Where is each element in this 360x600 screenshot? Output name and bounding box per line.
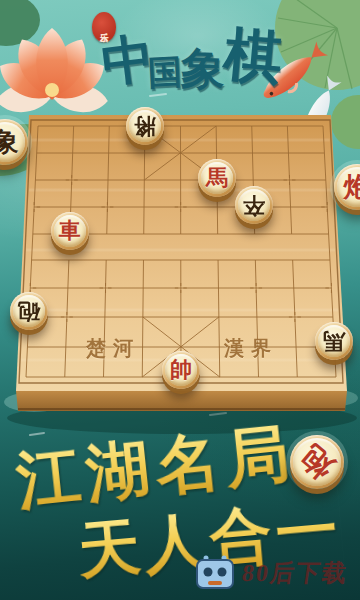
piece-character: 馬 <box>323 326 345 356</box>
river-label-right: 漢界 <box>224 335 278 362</box>
piece-character: 炮 <box>344 169 360 205</box>
game-splash-screen: 乐云 中 国 象 棋 楚河 漢界 將馬卒車砲馬帥象炮炮 江湖名局 天人合一 80… <box>0 0 360 600</box>
red-chariot[interactable]: 車 <box>51 212 89 250</box>
piece-character: 將 <box>134 111 156 141</box>
title-char: 象 <box>180 39 226 99</box>
piece-character: 車 <box>59 216 81 246</box>
river-label-left: 楚河 <box>86 335 140 362</box>
title-char: 棋 <box>221 16 286 99</box>
piece-character: 帥 <box>170 355 192 385</box>
black-soldier[interactable]: 卒 <box>235 186 273 224</box>
piece-character: 象 <box>0 124 19 160</box>
title-char: 国 <box>147 49 183 97</box>
black-cannon[interactable]: 砲 <box>10 292 48 330</box>
watermark-text: 80后下载 <box>240 557 350 589</box>
piece-character: 馬 <box>206 163 228 193</box>
robot-icon <box>194 554 236 592</box>
piece-character: 卒 <box>243 190 265 220</box>
black-horse[interactable]: 馬 <box>315 322 353 360</box>
app-title: 乐云 中 国 象 棋 <box>84 4 294 108</box>
red-general[interactable]: 帥 <box>162 351 200 389</box>
piece-character: 砲 <box>18 296 40 326</box>
black-general[interactable]: 將 <box>126 107 164 145</box>
watermark: 80后下载 <box>194 554 348 592</box>
floating-piece-bottom[interactable]: 炮 <box>290 435 344 489</box>
piece-character: 炮 <box>292 436 343 488</box>
